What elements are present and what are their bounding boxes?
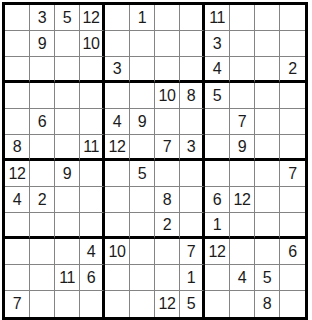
cell-r3c2[interactable]: [30, 57, 55, 83]
cell-r11c5[interactable]: [105, 265, 130, 291]
cell-r8c10[interactable]: 12: [230, 187, 255, 213]
cell-r6c10[interactable]: 9: [230, 135, 255, 161]
cell-r9c10[interactable]: [230, 213, 255, 239]
cell-r10c5[interactable]: 10: [105, 239, 130, 265]
cell-r9c3[interactable]: [55, 213, 80, 239]
cell-r7c1[interactable]: 12: [5, 161, 30, 187]
cell-r7c9[interactable]: [205, 161, 230, 187]
cell-r6c4[interactable]: 11: [80, 135, 105, 161]
cell-r8c6[interactable]: [130, 187, 155, 213]
cell-r12c11[interactable]: 8: [255, 291, 280, 317]
cell-r9c9[interactable]: 1: [205, 213, 230, 239]
cell-r11c4[interactable]: 6: [80, 265, 105, 291]
cell-r7c7[interactable]: [155, 161, 180, 187]
cell-r4c4[interactable]: [80, 83, 105, 109]
cell-r12c5[interactable]: [105, 291, 130, 317]
cell-r7c12[interactable]: 7: [280, 161, 305, 187]
cell-r9c1[interactable]: [5, 213, 30, 239]
cell-r10c9[interactable]: 12: [205, 239, 230, 265]
cell-r4c6[interactable]: [130, 83, 155, 109]
cell-r7c11[interactable]: [255, 161, 280, 187]
cell-r12c1[interactable]: 7: [5, 291, 30, 317]
cell-r1c6[interactable]: 1: [130, 5, 155, 31]
cell-r5c11[interactable]: [255, 109, 280, 135]
cell-r9c12[interactable]: [280, 213, 305, 239]
cell-r3c6[interactable]: [130, 57, 155, 83]
cell-r10c1[interactable]: [5, 239, 30, 265]
cell-r9c8[interactable]: [180, 213, 205, 239]
cell-r10c4[interactable]: 4: [80, 239, 105, 265]
cell-r12c6[interactable]: [130, 291, 155, 317]
cell-r3c10[interactable]: [230, 57, 255, 83]
cell-r12c4[interactable]: [80, 291, 105, 317]
cell-r3c12[interactable]: 2: [280, 57, 305, 83]
cell-r10c11[interactable]: [255, 239, 280, 265]
cell-r1c9[interactable]: 11: [205, 5, 230, 31]
cell-r2c5[interactable]: [105, 31, 130, 57]
cell-r4c11[interactable]: [255, 83, 280, 109]
cell-r11c12[interactable]: [280, 265, 305, 291]
cell-r5c7[interactable]: [155, 109, 180, 135]
cell-r5c12[interactable]: [280, 109, 305, 135]
cell-r8c1[interactable]: 4: [5, 187, 30, 213]
cell-r6c12[interactable]: [280, 135, 305, 161]
cell-r10c7[interactable]: [155, 239, 180, 265]
cell-r8c12[interactable]: [280, 187, 305, 213]
cell-r6c7[interactable]: 7: [155, 135, 180, 161]
cell-r8c5[interactable]: [105, 187, 130, 213]
cell-r11c3[interactable]: 11: [55, 265, 80, 291]
cell-r8c4[interactable]: [80, 187, 105, 213]
cell-r2c2[interactable]: 9: [30, 31, 55, 57]
cell-r12c3[interactable]: [55, 291, 80, 317]
cell-r2c8[interactable]: [180, 31, 205, 57]
cell-r7c10[interactable]: [230, 161, 255, 187]
cell-r1c7[interactable]: [155, 5, 180, 31]
cell-r1c2[interactable]: 3: [30, 5, 55, 31]
cell-r1c8[interactable]: [180, 5, 205, 31]
cell-r2c6[interactable]: [130, 31, 155, 57]
cell-r11c11[interactable]: 5: [255, 265, 280, 291]
cell-r5c8[interactable]: [180, 109, 205, 135]
cell-r1c1[interactable]: [5, 5, 30, 31]
cell-r12c7[interactable]: 12: [155, 291, 180, 317]
cell-r1c12[interactable]: [280, 5, 305, 31]
cell-r3c9[interactable]: 4: [205, 57, 230, 83]
cell-r12c9[interactable]: [205, 291, 230, 317]
cell-r5c6[interactable]: 9: [130, 109, 155, 135]
cell-r3c8[interactable]: [180, 57, 205, 83]
cell-r1c10[interactable]: [230, 5, 255, 31]
cell-r12c2[interactable]: [30, 291, 55, 317]
cell-r8c11[interactable]: [255, 187, 280, 213]
cell-r11c6[interactable]: [130, 265, 155, 291]
cell-r11c8[interactable]: 1: [180, 265, 205, 291]
cell-r5c5[interactable]: 4: [105, 109, 130, 135]
cell-r7c8[interactable]: [180, 161, 205, 187]
cell-r6c2[interactable]: [30, 135, 55, 161]
cell-r2c1[interactable]: [5, 31, 30, 57]
cell-r6c9[interactable]: [205, 135, 230, 161]
cell-r6c1[interactable]: 8: [5, 135, 30, 161]
cell-r8c2[interactable]: 2: [30, 187, 55, 213]
cell-r9c6[interactable]: [130, 213, 155, 239]
cell-r2c3[interactable]: [55, 31, 80, 57]
cell-r7c4[interactable]: [80, 161, 105, 187]
cell-r9c5[interactable]: [105, 213, 130, 239]
cell-r4c10[interactable]: [230, 83, 255, 109]
cell-r8c8[interactable]: [180, 187, 205, 213]
cell-r6c3[interactable]: [55, 135, 80, 161]
cell-r3c4[interactable]: [80, 57, 105, 83]
cell-r6c5[interactable]: 12: [105, 135, 130, 161]
cell-r5c4[interactable]: [80, 109, 105, 135]
cell-r11c9[interactable]: [205, 265, 230, 291]
cell-r8c7[interactable]: 8: [155, 187, 180, 213]
cell-r1c5[interactable]: [105, 5, 130, 31]
cell-r6c8[interactable]: 3: [180, 135, 205, 161]
cell-r7c3[interactable]: 9: [55, 161, 80, 187]
cell-r1c11[interactable]: [255, 5, 280, 31]
cell-r9c11[interactable]: [255, 213, 280, 239]
cell-r4c9[interactable]: 5: [205, 83, 230, 109]
cell-r3c5[interactable]: 3: [105, 57, 130, 83]
cell-r11c10[interactable]: 4: [230, 265, 255, 291]
cell-r12c8[interactable]: 5: [180, 291, 205, 317]
cell-r7c2[interactable]: [30, 161, 55, 187]
cell-r10c10[interactable]: [230, 239, 255, 265]
cell-r10c3[interactable]: [55, 239, 80, 265]
cell-r2c12[interactable]: [280, 31, 305, 57]
cell-r5c1[interactable]: [5, 109, 30, 135]
cell-r5c2[interactable]: 6: [30, 109, 55, 135]
cell-r3c7[interactable]: [155, 57, 180, 83]
cell-r4c2[interactable]: [30, 83, 55, 109]
cell-r11c1[interactable]: [5, 265, 30, 291]
cell-r9c7[interactable]: 2: [155, 213, 180, 239]
cell-r5c3[interactable]: [55, 109, 80, 135]
cell-r9c2[interactable]: [30, 213, 55, 239]
cell-r4c8[interactable]: 8: [180, 83, 205, 109]
cell-r10c8[interactable]: 7: [180, 239, 205, 265]
cell-r2c7[interactable]: [155, 31, 180, 57]
cell-r3c1[interactable]: [5, 57, 30, 83]
cell-r4c7[interactable]: 10: [155, 83, 180, 109]
cell-r4c3[interactable]: [55, 83, 80, 109]
cell-r5c10[interactable]: 7: [230, 109, 255, 135]
cell-r6c11[interactable]: [255, 135, 280, 161]
cell-r4c5[interactable]: [105, 83, 130, 109]
cell-r10c2[interactable]: [30, 239, 55, 265]
cell-r8c9[interactable]: 6: [205, 187, 230, 213]
cell-r7c6[interactable]: 5: [130, 161, 155, 187]
cell-r11c2[interactable]: [30, 265, 55, 291]
cell-r3c11[interactable]: [255, 57, 280, 83]
cell-r1c3[interactable]: 5: [55, 5, 80, 31]
cell-r7c5[interactable]: [105, 161, 130, 187]
cell-r6c6[interactable]: [130, 135, 155, 161]
cell-r5c9[interactable]: [205, 109, 230, 135]
cell-r4c12[interactable]: [280, 83, 305, 109]
cell-r12c12[interactable]: [280, 291, 305, 317]
cell-r12c10[interactable]: [230, 291, 255, 317]
cell-r10c12[interactable]: 6: [280, 239, 305, 265]
cell-r8c3[interactable]: [55, 187, 80, 213]
cell-r9c4[interactable]: [80, 213, 105, 239]
cell-r2c9[interactable]: 3: [205, 31, 230, 57]
cell-r10c6[interactable]: [130, 239, 155, 265]
cell-r11c7[interactable]: [155, 265, 180, 291]
cell-r3c3[interactable]: [55, 57, 80, 83]
cell-r1c4[interactable]: 12: [80, 5, 105, 31]
cell-r2c11[interactable]: [255, 31, 280, 57]
cell-r2c4[interactable]: 10: [80, 31, 105, 57]
page: 3512111910334210856497811127391295742861…: [0, 0, 310, 320]
sudoku-board: 3512111910334210856497811127391295742861…: [2, 2, 308, 320]
cell-r2c10[interactable]: [230, 31, 255, 57]
cell-r4c1[interactable]: [5, 83, 30, 109]
